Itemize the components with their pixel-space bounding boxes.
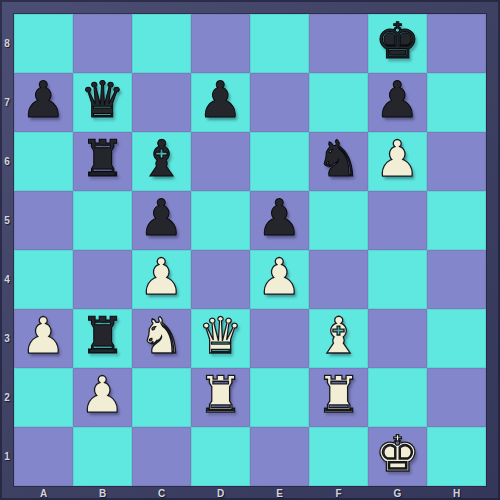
rank-label-3: 3 [0,309,14,368]
square-e8[interactable] [250,14,309,73]
square-d3[interactable]: ♛ [191,309,250,368]
rank-label-4: 4 [0,250,14,309]
square-d2[interactable]: ♜ [191,368,250,427]
file-label-b: B [73,486,132,500]
square-c2[interactable] [132,368,191,427]
square-f1[interactable] [309,427,368,486]
piece-white-rook[interactable]: ♜ [316,366,361,425]
square-c5[interactable]: ♟ [132,191,191,250]
square-h2[interactable] [427,368,486,427]
square-f8[interactable] [309,14,368,73]
square-h6[interactable] [427,132,486,191]
square-f7[interactable] [309,73,368,132]
rank-coordinates: 87654321 [0,14,14,486]
square-a5[interactable] [14,191,73,250]
piece-black-king[interactable]: ♚ [375,12,420,71]
square-b5[interactable] [73,191,132,250]
square-h1[interactable] [427,427,486,486]
square-g4[interactable] [368,250,427,309]
square-a4[interactable] [14,250,73,309]
square-d4[interactable] [191,250,250,309]
square-h8[interactable] [427,14,486,73]
square-d7[interactable]: ♟ [191,73,250,132]
square-a8[interactable] [14,14,73,73]
square-h5[interactable] [427,191,486,250]
square-e6[interactable] [250,132,309,191]
piece-black-queen[interactable]: ♛ [80,71,125,130]
square-h4[interactable] [427,250,486,309]
square-d5[interactable] [191,191,250,250]
square-b7[interactable]: ♛ [73,73,132,132]
square-c7[interactable] [132,73,191,132]
square-e2[interactable] [250,368,309,427]
piece-black-rook[interactable]: ♜ [80,307,125,366]
square-e3[interactable] [250,309,309,368]
square-e4[interactable]: ♟ [250,250,309,309]
square-b6[interactable]: ♜ [73,132,132,191]
square-g5[interactable] [368,191,427,250]
square-b3[interactable]: ♜ [73,309,132,368]
piece-white-pawn[interactable]: ♟ [257,248,302,307]
square-f6[interactable]: ♞ [309,132,368,191]
square-g8[interactable]: ♚ [368,14,427,73]
piece-black-pawn[interactable]: ♟ [21,71,66,130]
piece-white-rook[interactable]: ♜ [198,366,243,425]
piece-black-rook[interactable]: ♜ [80,130,125,189]
square-b4[interactable] [73,250,132,309]
chess-board: ♚♟♛♟♟♜♝♞♟♟♟♟♟♟♜♞♛♝♟♜♜♚ [14,14,486,486]
square-g3[interactable] [368,309,427,368]
file-label-h: H [427,486,486,500]
piece-white-pawn[interactable]: ♟ [80,366,125,425]
piece-white-queen[interactable]: ♛ [198,307,243,366]
file-label-g: G [368,486,427,500]
piece-black-bishop[interactable]: ♝ [139,130,184,189]
piece-black-knight[interactable]: ♞ [316,130,361,189]
square-a2[interactable] [14,368,73,427]
square-a1[interactable] [14,427,73,486]
square-c1[interactable] [132,427,191,486]
square-b8[interactable] [73,14,132,73]
rank-label-8: 8 [0,14,14,73]
square-g2[interactable] [368,368,427,427]
piece-white-king[interactable]: ♚ [375,425,420,484]
piece-black-pawn[interactable]: ♟ [139,189,184,248]
square-g7[interactable]: ♟ [368,73,427,132]
piece-white-pawn[interactable]: ♟ [375,130,420,189]
square-f3[interactable]: ♝ [309,309,368,368]
square-a6[interactable] [14,132,73,191]
square-c6[interactable]: ♝ [132,132,191,191]
file-label-d: D [191,486,250,500]
file-label-e: E [250,486,309,500]
square-f5[interactable] [309,191,368,250]
square-e7[interactable] [250,73,309,132]
piece-white-bishop[interactable]: ♝ [316,307,361,366]
rank-label-2: 2 [0,368,14,427]
square-f2[interactable]: ♜ [309,368,368,427]
square-b1[interactable] [73,427,132,486]
square-h3[interactable] [427,309,486,368]
rank-label-1: 1 [0,427,14,486]
square-c4[interactable]: ♟ [132,250,191,309]
piece-white-pawn[interactable]: ♟ [21,307,66,366]
piece-white-knight[interactable]: ♞ [139,307,184,366]
square-d6[interactable] [191,132,250,191]
file-label-c: C [132,486,191,500]
square-c8[interactable] [132,14,191,73]
square-f4[interactable] [309,250,368,309]
file-label-a: A [14,486,73,500]
square-h7[interactable] [427,73,486,132]
square-c3[interactable]: ♞ [132,309,191,368]
square-b2[interactable]: ♟ [73,368,132,427]
square-a7[interactable]: ♟ [14,73,73,132]
rank-label-6: 6 [0,132,14,191]
file-coordinates: ABCDEFGH [14,486,486,500]
square-g6[interactable]: ♟ [368,132,427,191]
piece-black-pawn[interactable]: ♟ [375,71,420,130]
piece-black-pawn[interactable]: ♟ [257,189,302,248]
file-label-f: F [309,486,368,500]
square-a3[interactable]: ♟ [14,309,73,368]
square-d8[interactable] [191,14,250,73]
square-g1[interactable]: ♚ [368,427,427,486]
square-e1[interactable] [250,427,309,486]
square-e5[interactable]: ♟ [250,191,309,250]
chess-board-frame: 87654321 ABCDEFGH ♚♟♛♟♟♜♝♞♟♟♟♟♟♟♜♞♛♝♟♜♜♚ [0,0,500,500]
piece-white-pawn[interactable]: ♟ [139,248,184,307]
square-d1[interactable] [191,427,250,486]
rank-label-7: 7 [0,73,14,132]
rank-label-5: 5 [0,191,14,250]
piece-black-pawn[interactable]: ♟ [198,71,243,130]
